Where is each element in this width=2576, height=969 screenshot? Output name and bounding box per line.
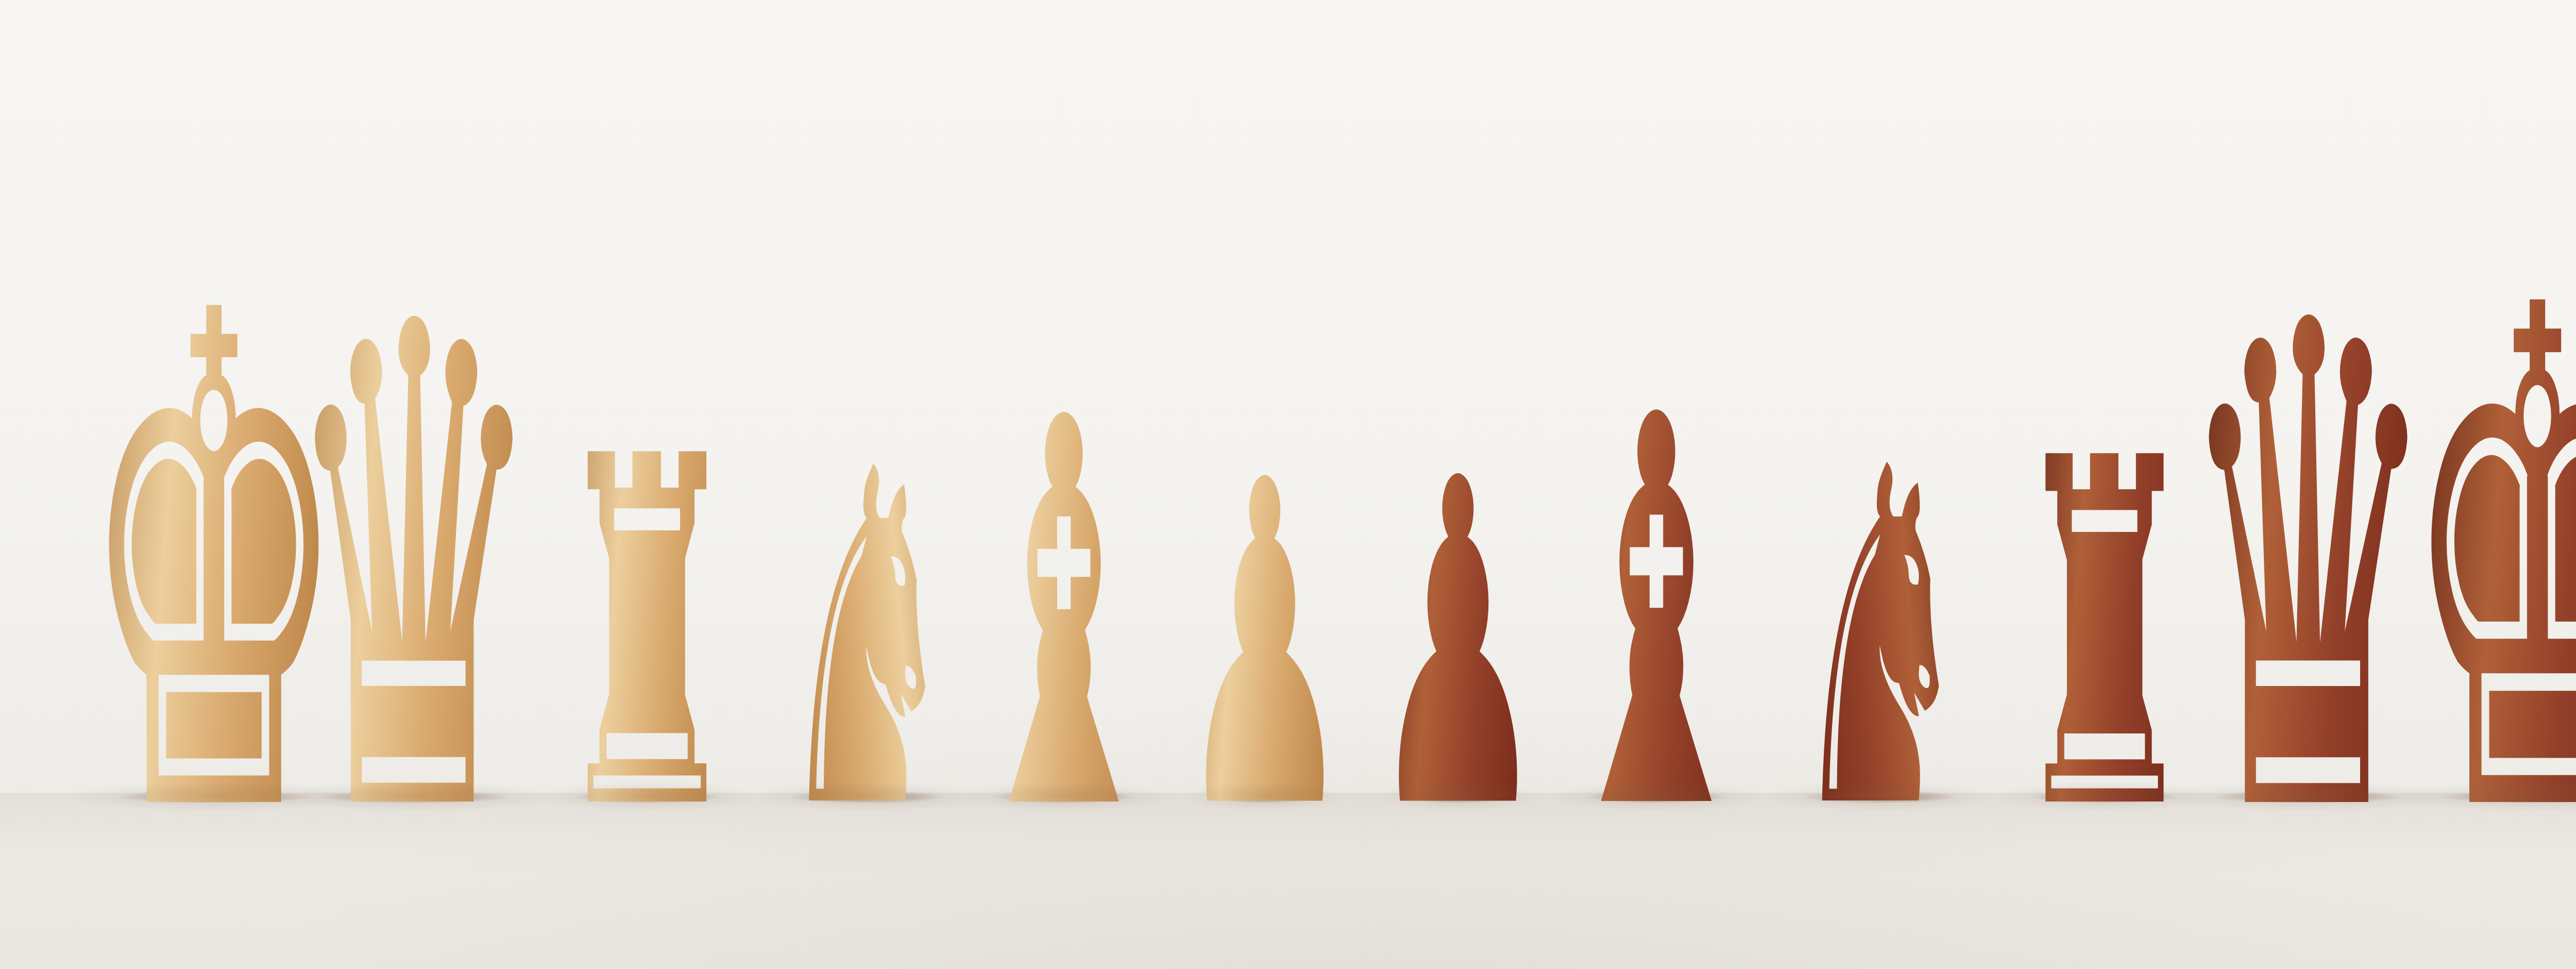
white-knight-piece: ♞ — [786, 474, 948, 798]
pawn-icon: ♟ — [1177, 423, 1352, 869]
photo-canvas: ♚♛♜♞♝♟♟♝♞♜♛♚ — [0, 0, 2576, 969]
white-pawn-piece: ♟ — [1210, 552, 1320, 798]
red-pawn-piece: ♟ — [1403, 549, 1514, 798]
rook-icon: ♜ — [553, 395, 742, 875]
white-bishop-piece: ♝ — [991, 414, 1138, 798]
knight-icon: ♞ — [776, 410, 958, 872]
white-rook-piece: ♜ — [570, 481, 724, 798]
knight-icon: ♞ — [1789, 408, 1972, 872]
red-knight-piece: ♞ — [1800, 472, 1962, 798]
red-bishop-piece: ♝ — [1583, 412, 1730, 798]
red-king-piece: ♚ — [2434, 302, 2576, 798]
white-queen-piece: ♛ — [313, 334, 515, 798]
bishop-icon: ♝ — [1551, 347, 1762, 883]
queen-icon: ♛ — [283, 239, 545, 904]
pawn-icon: ♟ — [1369, 421, 1546, 870]
bishop-icon: ♝ — [959, 350, 1169, 883]
king-icon: ♚ — [2402, 220, 2576, 908]
red-queen-piece: ♛ — [2207, 331, 2409, 798]
red-rook-piece: ♜ — [2027, 483, 2182, 798]
